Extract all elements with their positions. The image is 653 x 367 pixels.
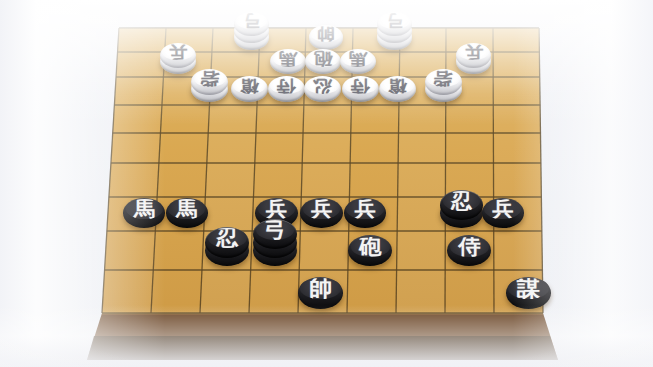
piece-disc: 忍 [440,190,482,220]
piece-kanji: 馬 [134,199,155,219]
piece-disc: 侍 [342,76,379,102]
piece-disc: 馬 [270,49,306,74]
piece-disc: 兵 [482,198,524,228]
anime-screenshot-stage: 弓帥弓兵馬砲馬兵砦槍侍忍侍槍砦馬馬兵兵兵忍兵忍弓砲侍帥謀 [0,0,653,367]
piece-kanji: 弓 [243,13,260,29]
piece-disc: 兵 [344,198,386,228]
piece-white-ba-cavalry[interactable]: 馬 [340,49,376,74]
piece-top-face: 槍 [233,77,266,94]
piece-top-face: 弓 [256,220,295,240]
piece-kanji: 侍 [277,77,296,94]
piece-disc: 兵 [300,198,342,228]
piece-kanji: 弓 [264,220,286,240]
piece-disc: 弓 [253,219,297,250]
piece-kanji: 槍 [388,77,407,94]
piece-top-face: 砦 [427,70,460,87]
piece-top-face: 兵 [346,199,383,219]
piece-white-ba-cavalry[interactable]: 馬 [270,49,306,74]
piece-top-face: 兵 [162,44,194,61]
piece-disc: 帥 [298,277,344,309]
piece-white-sai-fortress[interactable]: 砦 [425,69,462,102]
piece-disc: 忍 [205,227,249,258]
piece-kanji: 兵 [266,199,287,219]
piece-disc: 馬 [123,198,165,228]
piece-white-yumi-archer[interactable]: 弓 [234,12,269,50]
piece-disc: 砲 [348,235,392,266]
piece-black-ba-cavalry[interactable]: 馬 [166,198,208,228]
piece-top-face: 忍 [443,191,480,211]
piece-kanji: 弓 [386,13,403,29]
piece-kanji: 謀 [517,278,540,299]
piece-white-hou-cannon[interactable]: 砲 [305,49,341,74]
piece-kanji: 馬 [176,199,197,219]
piece-white-sui-marshal[interactable]: 帥 [309,25,344,49]
piece-top-face: 侍 [450,237,489,257]
piece-kanji: 兵 [492,199,513,219]
piece-kanji: 砲 [314,50,332,67]
piece-black-bou-counsel[interactable]: 謀 [506,277,552,309]
piece-top-face: 侍 [270,77,303,94]
piece-top-face: 砲 [308,50,340,67]
piece-disc: 槍 [231,76,268,102]
piece-disc: 侍 [447,235,491,266]
piece-top-face: 砦 [194,70,227,87]
piece-kanji: 砦 [201,70,220,87]
piece-disc: 忍 [304,76,341,102]
piece-kanji: 帥 [309,278,332,299]
piece-disc: 砦 [425,69,462,95]
piece-disc: 兵 [160,43,196,68]
piece-top-face: 忍 [306,77,339,94]
piece-disc: 馬 [340,49,376,74]
piece-top-face: 兵 [484,199,521,219]
piece-kanji: 馬 [349,50,367,67]
piece-top-face: 馬 [273,50,305,67]
piece-disc: 馬 [166,198,208,228]
piece-kanji: 兵 [465,44,483,61]
piece-top-face: 馬 [342,50,374,67]
piece-top-face: 兵 [458,44,490,61]
piece-black-ba-cavalry[interactable]: 馬 [123,198,165,228]
piece-black-hou-cannon[interactable]: 砲 [348,235,392,266]
piece-disc: 侍 [268,76,305,102]
piece-top-face: 兵 [303,199,340,219]
piece-disc: 帥 [309,25,344,49]
piece-kanji: 侍 [351,77,370,94]
piece-top-face: 謀 [508,278,548,299]
piece-black-ji-samurai[interactable]: 侍 [447,235,491,266]
piece-kanji: 忍 [313,77,332,94]
piece-disc: 槍 [379,76,416,102]
piece-black-hei-soldier[interactable]: 兵 [300,198,342,228]
pieces-layer: 弓帥弓兵馬砲馬兵砦槍侍忍侍槍砦馬馬兵兵兵忍兵忍弓砲侍帥謀 [0,0,653,367]
piece-kanji: 砦 [434,70,453,87]
piece-white-ji-samurai[interactable]: 侍 [342,76,379,102]
piece-white-ji-samurai[interactable]: 侍 [268,76,305,102]
piece-kanji: 忍 [216,228,238,248]
piece-kanji: 槍 [240,77,259,94]
piece-white-yari-spear[interactable]: 槍 [231,76,268,102]
piece-top-face: 帥 [311,26,342,42]
piece-top-face: 帥 [300,278,340,299]
piece-disc: 兵 [456,43,492,68]
piece-top-face: 侍 [344,77,377,94]
piece-disc: 謀 [506,277,552,309]
piece-kanji: 兵 [169,44,187,61]
piece-top-face: 馬 [168,199,205,219]
piece-white-yumi-archer[interactable]: 弓 [377,12,412,50]
piece-top-face: 弓 [236,13,267,29]
piece-top-face: 兵 [258,199,295,219]
piece-kanji: 砲 [359,237,381,257]
piece-white-nin-shinobi[interactable]: 忍 [304,76,341,102]
piece-black-yumi-archer[interactable]: 弓 [253,219,297,267]
piece-kanji: 忍 [451,191,472,211]
piece-white-yari-spear[interactable]: 槍 [379,76,416,102]
piece-black-nin-shinobi[interactable]: 忍 [205,227,249,266]
piece-white-sai-fortress[interactable]: 砦 [191,69,228,102]
piece-black-hei-soldier[interactable]: 兵 [344,198,386,228]
piece-top-face: 馬 [126,199,163,219]
piece-top-face: 槍 [381,77,414,94]
piece-kanji: 馬 [279,50,297,67]
piece-kanji: 帥 [317,26,334,42]
piece-kanji: 侍 [458,237,480,257]
piece-kanji: 兵 [311,199,332,219]
piece-top-face: 弓 [379,13,410,29]
piece-black-sui-marshal[interactable]: 帥 [298,277,344,309]
piece-disc: 砲 [305,49,341,74]
piece-top-face: 忍 [208,228,247,248]
piece-top-face: 砲 [351,237,390,257]
piece-black-nin-shinobi[interactable]: 忍 [440,190,482,228]
piece-black-hei-soldier[interactable]: 兵 [482,198,524,228]
piece-kanji: 兵 [354,199,375,219]
